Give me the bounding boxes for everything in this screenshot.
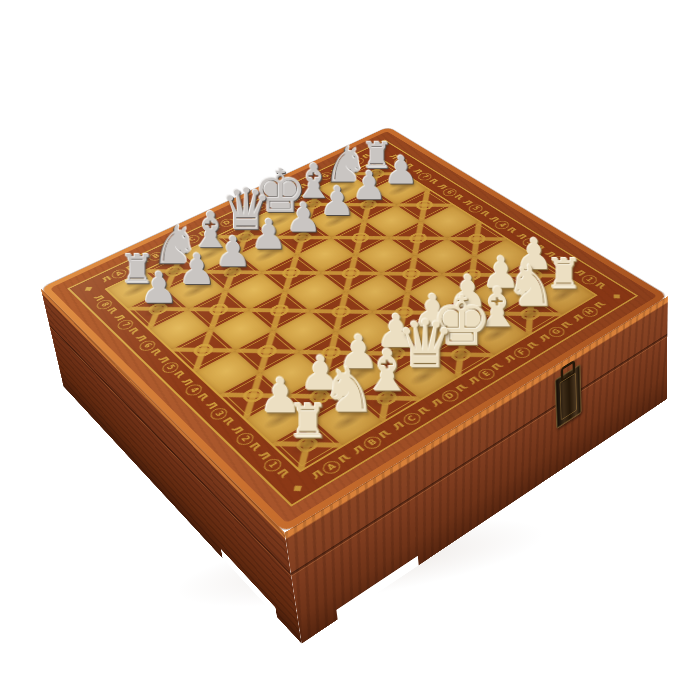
border-ornament: Л [148, 348, 162, 357]
border-ornament: Л [593, 301, 607, 310]
border-ornament: Л [266, 198, 278, 205]
border-ornament: Л [341, 163, 353, 170]
border-ornament: Л [351, 445, 367, 456]
border-ornament: Л [174, 241, 187, 249]
border-ornament: Л [195, 393, 210, 403]
foot-notch [221, 549, 277, 617]
border-ornament: Л [310, 469, 326, 481]
border-ornament: Л [391, 421, 407, 432]
border-ornament: Л [503, 355, 518, 365]
chess-box: ЛAЛЛBЛЛCЛЛDЛЛEЛЛFЛЛGЛЛHЛ ЛAЛЛBЛЛCЛЛDЛЛEЛ… [41, 127, 668, 533]
piece-glyph: ♟ [99, 267, 219, 310]
coordinate-label: 7 [116, 318, 137, 332]
coordinate-label: 5 [160, 360, 182, 375]
border-ornament: Л [571, 314, 585, 323]
border-ornament: Л [309, 177, 321, 184]
product-photo: ЛAЛЛBЛЛCЛЛDЛЛEЛЛFЛЛGЛЛHЛ ЛAЛЛBЛЛCЛЛDЛЛEЛ… [0, 0, 700, 700]
piece-glyph: ♜ [240, 399, 378, 446]
border-ornament: Л [243, 208, 255, 215]
border-ornament: Л [417, 406, 432, 417]
border-ornament: Л [430, 398, 445, 408]
border-ornament: Л [454, 383, 469, 393]
border-ornament: Л [171, 370, 185, 380]
border-ornament: Л [162, 247, 175, 255]
border-ornament: Л [179, 377, 193, 387]
photo-scene: ЛAЛЛBЛЛCЛЛDЛЛEЛЛFЛЛGЛЛHЛ ЛAЛЛBЛЛCЛЛDЛЛEЛ… [0, 0, 700, 700]
border-ornament: Л [378, 429, 394, 440]
border-ornament: Л [209, 224, 222, 231]
border-ornament: Л [274, 468, 290, 480]
border-ornament: Л [467, 376, 482, 386]
border-ornament: Л [256, 450, 272, 461]
clasp-loop [560, 360, 575, 383]
coordinate-label: 1 [261, 456, 285, 474]
coordinate-label: 6 [137, 338, 158, 352]
border-ornament: Л [126, 327, 140, 336]
border-ornament: Л [526, 341, 541, 351]
foot-notch [336, 556, 418, 620]
border-ornament: Л [156, 355, 170, 365]
border-ornament: Л [134, 334, 148, 343]
border-ornament: Л [538, 334, 553, 343]
lock-clasp [555, 364, 582, 430]
box-lid-top: ЛAЛЛBЛЛCЛЛDЛЛEЛЛFЛЛGЛЛHЛ ЛAЛЛBЛЛCЛЛDЛЛEЛ… [41, 127, 668, 533]
border-ornament: Л [491, 362, 506, 372]
border-ornament: Л [560, 320, 575, 329]
border-ornament: Л [337, 453, 353, 464]
coordinate-label: 4 [183, 382, 205, 397]
